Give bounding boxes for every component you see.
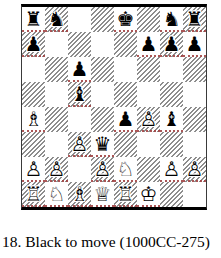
square-e3	[114, 132, 137, 157]
piece-black-bishop: ♝	[68, 82, 91, 107]
piece-white-pawn: ♙	[183, 157, 206, 182]
piece-white-pawn: ♙	[137, 107, 160, 132]
square-h8: ♜	[183, 7, 206, 32]
piece-white-pawn: ♙	[91, 157, 114, 182]
piece-black-rook: ♜	[183, 7, 206, 32]
piece-black-pawn: ♟	[22, 32, 45, 57]
piece-white-rook: ♖	[22, 182, 45, 207]
square-c6: ♟	[68, 57, 91, 82]
square-h2: ♙	[183, 157, 206, 182]
square-a5	[22, 82, 45, 107]
square-g8: ♞	[160, 7, 183, 32]
square-e5	[114, 82, 137, 107]
square-a2: ♙	[22, 157, 45, 182]
piece-black-queen: ♛	[91, 132, 114, 157]
square-e6	[114, 57, 137, 82]
piece-black-pawn: ♟	[160, 32, 183, 57]
square-c5: ♝	[68, 82, 91, 107]
piece-white-pawn: ♙	[45, 157, 68, 182]
square-f8	[137, 7, 160, 32]
square-e8: ♚	[114, 7, 137, 32]
piece-white-pawn: ♙	[68, 132, 91, 157]
square-d7	[91, 32, 114, 57]
square-b4	[45, 107, 68, 132]
square-d5	[91, 82, 114, 107]
square-e4: ♟	[114, 107, 137, 132]
square-a6	[22, 57, 45, 82]
square-h7: ♟	[183, 32, 206, 57]
square-c3: ♙	[68, 132, 91, 157]
square-d6	[91, 57, 114, 82]
piece-black-pawn: ♟	[137, 32, 160, 57]
piece-white-pawn: ♙	[160, 157, 183, 182]
square-h6	[183, 57, 206, 82]
piece-black-pawn: ♟	[68, 57, 91, 82]
square-h5	[183, 82, 206, 107]
piece-black-pawn: ♟	[183, 32, 206, 57]
square-e2: ♘	[114, 157, 137, 182]
square-a8: ♜	[22, 7, 45, 32]
square-h1	[183, 182, 206, 207]
square-b8: ♞	[45, 7, 68, 32]
square-b7	[45, 32, 68, 57]
square-f4: ♙	[137, 107, 160, 132]
piece-white-pawn: ♙	[22, 157, 45, 182]
piece-white-knight: ♘	[114, 157, 137, 182]
square-g1	[160, 182, 183, 207]
piece-black-bishop: ♝	[160, 107, 183, 132]
piece-white-rook: ♖	[114, 182, 137, 207]
square-f3	[137, 132, 160, 157]
square-a7: ♟	[22, 32, 45, 57]
square-b1: ♘	[45, 182, 68, 207]
square-g7: ♟	[160, 32, 183, 57]
piece-black-king: ♚	[114, 7, 137, 32]
square-g5	[160, 82, 183, 107]
square-f2	[137, 157, 160, 182]
square-c1: ♗	[68, 182, 91, 207]
square-g3	[160, 132, 183, 157]
square-e1: ♖	[114, 182, 137, 207]
piece-black-rook: ♜	[22, 7, 45, 32]
square-d8	[91, 7, 114, 32]
diagram-caption: 18. Black to move (1000CC-275)	[2, 233, 221, 251]
square-c4	[68, 107, 91, 132]
square-b3	[45, 132, 68, 157]
chess-board: ♜♞♚♞♜♟♟♟♟♟♝♗♟♙♝♙♛♙♙♙♘♙♙♖♘♗♕♖♔	[22, 7, 206, 207]
piece-white-king: ♔	[137, 182, 160, 207]
square-f5	[137, 82, 160, 107]
square-g6	[160, 57, 183, 82]
square-f1: ♔	[137, 182, 160, 207]
square-h3	[183, 132, 206, 157]
piece-white-knight: ♘	[45, 182, 68, 207]
square-b6	[45, 57, 68, 82]
square-d1: ♕	[91, 182, 114, 207]
square-f7: ♟	[137, 32, 160, 57]
square-b2: ♙	[45, 157, 68, 182]
square-a3	[22, 132, 45, 157]
square-f6	[137, 57, 160, 82]
square-d3: ♛	[91, 132, 114, 157]
square-c2	[68, 157, 91, 182]
square-d4	[91, 107, 114, 132]
square-c7	[68, 32, 91, 57]
square-a1: ♖	[22, 182, 45, 207]
square-g4: ♝	[160, 107, 183, 132]
diagram-page: ♜♞♚♞♜♟♟♟♟♟♝♗♟♙♝♙♛♙♙♙♘♙♙♖♘♗♕♖♔ 18. Black …	[0, 0, 221, 258]
piece-black-pawn: ♟	[114, 107, 137, 132]
chess-board-frame: ♜♞♚♞♜♟♟♟♟♟♝♗♟♙♝♙♛♙♙♙♘♙♙♖♘♗♕♖♔	[21, 4, 207, 210]
square-d2: ♙	[91, 157, 114, 182]
piece-white-bishop: ♗	[68, 182, 91, 207]
square-a4: ♗	[22, 107, 45, 132]
square-g2: ♙	[160, 157, 183, 182]
piece-white-bishop: ♗	[22, 107, 45, 132]
piece-black-knight: ♞	[160, 7, 183, 32]
piece-black-knight: ♞	[45, 7, 68, 32]
piece-white-queen: ♕	[91, 182, 114, 207]
square-h4	[183, 107, 206, 132]
square-b5	[45, 82, 68, 107]
square-c8	[68, 7, 91, 32]
square-e7	[114, 32, 137, 57]
